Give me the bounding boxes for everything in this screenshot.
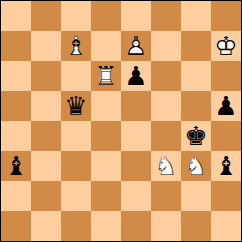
square-f6[interactable] xyxy=(151,61,181,91)
square-b7[interactable] xyxy=(31,31,61,61)
white-rook[interactable]: ♖ xyxy=(91,61,121,91)
square-g4[interactable]: ♚ xyxy=(181,121,211,151)
white-knight[interactable]: ♘ xyxy=(151,151,181,181)
square-e2[interactable] xyxy=(121,181,151,211)
square-e8[interactable] xyxy=(121,1,151,31)
square-a3[interactable]: ♝ xyxy=(1,151,31,181)
square-c4[interactable] xyxy=(61,121,91,151)
square-c8[interactable] xyxy=(61,1,91,31)
square-b1[interactable] xyxy=(31,211,61,241)
square-g6[interactable] xyxy=(181,61,211,91)
square-g1[interactable] xyxy=(181,211,211,241)
square-b5[interactable] xyxy=(31,91,61,121)
square-h1[interactable] xyxy=(211,211,241,241)
square-a2[interactable] xyxy=(1,181,31,211)
chess-board: ♝♗♟♙♚♔♜♖♟♛♟♚♝♞♘♞♘♝ xyxy=(0,0,242,242)
square-g7[interactable] xyxy=(181,31,211,61)
square-b3[interactable] xyxy=(31,151,61,181)
square-c5[interactable]: ♛ xyxy=(61,91,91,121)
square-b4[interactable] xyxy=(31,121,61,151)
square-d4[interactable] xyxy=(91,121,121,151)
square-g8[interactable] xyxy=(181,1,211,31)
square-e6[interactable]: ♟ xyxy=(121,61,151,91)
square-h4[interactable] xyxy=(211,121,241,151)
square-h6[interactable] xyxy=(211,61,241,91)
square-d5[interactable] xyxy=(91,91,121,121)
square-c7[interactable]: ♝♗ xyxy=(61,31,91,61)
square-g5[interactable] xyxy=(181,91,211,121)
square-e3[interactable] xyxy=(121,151,151,181)
black-bishop[interactable]: ♝ xyxy=(1,151,31,181)
white-bishop[interactable]: ♗ xyxy=(61,31,91,61)
square-f1[interactable] xyxy=(151,211,181,241)
square-c1[interactable] xyxy=(61,211,91,241)
square-h7[interactable]: ♚♔ xyxy=(211,31,241,61)
square-f2[interactable] xyxy=(151,181,181,211)
square-a4[interactable] xyxy=(1,121,31,151)
square-c3[interactable] xyxy=(61,151,91,181)
black-king[interactable]: ♚ xyxy=(181,121,211,151)
white-pawn[interactable]: ♙ xyxy=(121,31,151,61)
square-d2[interactable] xyxy=(91,181,121,211)
square-h3[interactable]: ♝ xyxy=(211,151,241,181)
square-e7[interactable]: ♟♙ xyxy=(121,31,151,61)
square-d1[interactable] xyxy=(91,211,121,241)
square-f3[interactable]: ♞♘ xyxy=(151,151,181,181)
square-f4[interactable] xyxy=(151,121,181,151)
square-e1[interactable] xyxy=(121,211,151,241)
square-f5[interactable] xyxy=(151,91,181,121)
square-a8[interactable] xyxy=(1,1,31,31)
square-g2[interactable] xyxy=(181,181,211,211)
black-pawn[interactable]: ♟ xyxy=(121,61,151,91)
square-d3[interactable] xyxy=(91,151,121,181)
square-c2[interactable] xyxy=(61,181,91,211)
square-a6[interactable] xyxy=(1,61,31,91)
black-pawn[interactable]: ♟ xyxy=(211,91,241,121)
square-d6[interactable]: ♜♖ xyxy=(91,61,121,91)
square-b8[interactable] xyxy=(31,1,61,31)
square-f7[interactable] xyxy=(151,31,181,61)
square-b2[interactable] xyxy=(31,181,61,211)
square-h2[interactable] xyxy=(211,181,241,211)
square-d7[interactable] xyxy=(91,31,121,61)
square-f8[interactable] xyxy=(151,1,181,31)
square-h5[interactable]: ♟ xyxy=(211,91,241,121)
square-b6[interactable] xyxy=(31,61,61,91)
square-a5[interactable] xyxy=(1,91,31,121)
square-a7[interactable] xyxy=(1,31,31,61)
white-knight[interactable]: ♘ xyxy=(181,151,211,181)
square-d8[interactable] xyxy=(91,1,121,31)
square-a1[interactable] xyxy=(1,211,31,241)
white-king[interactable]: ♔ xyxy=(211,31,241,61)
square-e5[interactable] xyxy=(121,91,151,121)
square-g3[interactable]: ♞♘ xyxy=(181,151,211,181)
square-e4[interactable] xyxy=(121,121,151,151)
black-bishop[interactable]: ♝ xyxy=(211,151,241,181)
square-c6[interactable] xyxy=(61,61,91,91)
square-h8[interactable] xyxy=(211,1,241,31)
black-queen[interactable]: ♛ xyxy=(61,91,91,121)
